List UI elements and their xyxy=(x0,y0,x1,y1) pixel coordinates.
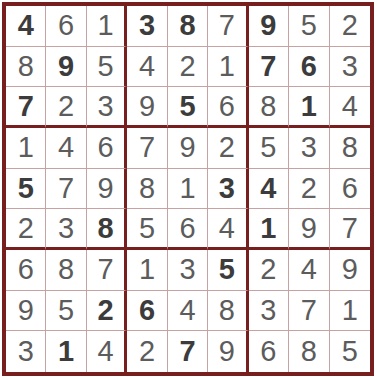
cell-r1c2[interactable]: 6 xyxy=(46,6,86,47)
cell-r8c9[interactable]: 1 xyxy=(330,291,370,332)
cell-r2c8[interactable]: 6 xyxy=(289,47,329,88)
cell-r7c8[interactable]: 4 xyxy=(289,250,329,291)
cell-r4c9[interactable]: 8 xyxy=(330,128,370,169)
cell-r8c6[interactable]: 8 xyxy=(208,291,248,332)
cell-r2c4[interactable]: 4 xyxy=(127,47,167,88)
cell-r5c4[interactable]: 8 xyxy=(127,169,167,210)
cell-r7c6[interactable]: 5 xyxy=(208,250,248,291)
cell-r3c6[interactable]: 6 xyxy=(208,87,248,128)
cell-r6c1[interactable]: 2 xyxy=(6,209,46,250)
cell-r6c9[interactable]: 7 xyxy=(330,209,370,250)
cell-r4c7[interactable]: 5 xyxy=(249,128,289,169)
cell-r4c8[interactable]: 3 xyxy=(289,128,329,169)
cell-r4c5[interactable]: 9 xyxy=(168,128,208,169)
cell-r5c7[interactable]: 4 xyxy=(249,169,289,210)
cell-r9c4[interactable]: 2 xyxy=(127,331,167,372)
cell-r7c3[interactable]: 7 xyxy=(87,250,127,291)
cell-r4c6[interactable]: 2 xyxy=(208,128,248,169)
cell-r9c2[interactable]: 1 xyxy=(46,331,86,372)
cell-r1c4[interactable]: 3 xyxy=(127,6,167,47)
cell-r7c1[interactable]: 6 xyxy=(6,250,46,291)
cell-r1c5[interactable]: 8 xyxy=(168,6,208,47)
cell-r2c2[interactable]: 9 xyxy=(46,47,86,88)
cell-r6c8[interactable]: 9 xyxy=(289,209,329,250)
cell-r1c6[interactable]: 7 xyxy=(208,6,248,47)
cell-r9c7[interactable]: 6 xyxy=(249,331,289,372)
cell-r9c8[interactable]: 8 xyxy=(289,331,329,372)
cell-r8c1[interactable]: 9 xyxy=(6,291,46,332)
cell-r3c5[interactable]: 5 xyxy=(168,87,208,128)
cell-r5c3[interactable]: 9 xyxy=(87,169,127,210)
sudoku-board: 4613879528954217637239568141467925385798… xyxy=(2,2,374,376)
cell-r7c5[interactable]: 3 xyxy=(168,250,208,291)
cell-r2c1[interactable]: 8 xyxy=(6,47,46,88)
cell-r2c9[interactable]: 3 xyxy=(330,47,370,88)
cell-r6c6[interactable]: 4 xyxy=(208,209,248,250)
cell-r5c6[interactable]: 3 xyxy=(208,169,248,210)
cell-r3c3[interactable]: 3 xyxy=(87,87,127,128)
cell-r1c1[interactable]: 4 xyxy=(6,6,46,47)
cell-r8c2[interactable]: 5 xyxy=(46,291,86,332)
cell-r2c7[interactable]: 7 xyxy=(249,47,289,88)
cell-r5c5[interactable]: 1 xyxy=(168,169,208,210)
cell-r8c4[interactable]: 6 xyxy=(127,291,167,332)
cell-r6c3[interactable]: 8 xyxy=(87,209,127,250)
cell-r5c8[interactable]: 2 xyxy=(289,169,329,210)
cell-r4c3[interactable]: 6 xyxy=(87,128,127,169)
cell-r6c5[interactable]: 6 xyxy=(168,209,208,250)
cell-r8c8[interactable]: 7 xyxy=(289,291,329,332)
cell-r5c1[interactable]: 5 xyxy=(6,169,46,210)
cell-r2c3[interactable]: 5 xyxy=(87,47,127,88)
cell-r6c7[interactable]: 1 xyxy=(249,209,289,250)
cell-r9c5[interactable]: 7 xyxy=(168,331,208,372)
cell-r3c2[interactable]: 2 xyxy=(46,87,86,128)
cell-r9c9[interactable]: 5 xyxy=(330,331,370,372)
cell-r7c2[interactable]: 8 xyxy=(46,250,86,291)
cell-r3c9[interactable]: 4 xyxy=(330,87,370,128)
cell-r4c4[interactable]: 7 xyxy=(127,128,167,169)
cell-r7c9[interactable]: 9 xyxy=(330,250,370,291)
cell-r7c4[interactable]: 1 xyxy=(127,250,167,291)
cell-r1c7[interactable]: 9 xyxy=(249,6,289,47)
cell-r9c1[interactable]: 3 xyxy=(6,331,46,372)
cell-r4c2[interactable]: 4 xyxy=(46,128,86,169)
cell-r1c9[interactable]: 2 xyxy=(330,6,370,47)
cell-r3c7[interactable]: 8 xyxy=(249,87,289,128)
cell-r6c2[interactable]: 3 xyxy=(46,209,86,250)
cell-r9c3[interactable]: 4 xyxy=(87,331,127,372)
cell-r1c3[interactable]: 1 xyxy=(87,6,127,47)
cell-r2c6[interactable]: 1 xyxy=(208,47,248,88)
cell-r1c8[interactable]: 5 xyxy=(289,6,329,47)
cell-r7c7[interactable]: 2 xyxy=(249,250,289,291)
cell-r5c2[interactable]: 7 xyxy=(46,169,86,210)
cell-r6c4[interactable]: 5 xyxy=(127,209,167,250)
cell-r8c3[interactable]: 2 xyxy=(87,291,127,332)
cell-r8c7[interactable]: 3 xyxy=(249,291,289,332)
cell-r4c1[interactable]: 1 xyxy=(6,128,46,169)
cell-r5c9[interactable]: 6 xyxy=(330,169,370,210)
cell-r8c5[interactable]: 4 xyxy=(168,291,208,332)
cell-r9c6[interactable]: 9 xyxy=(208,331,248,372)
cell-r3c1[interactable]: 7 xyxy=(6,87,46,128)
cell-r3c4[interactable]: 9 xyxy=(127,87,167,128)
cell-r3c8[interactable]: 1 xyxy=(289,87,329,128)
sudoku-page: 4613879528954217637239568141467925385798… xyxy=(0,0,377,380)
cell-r2c5[interactable]: 2 xyxy=(168,47,208,88)
